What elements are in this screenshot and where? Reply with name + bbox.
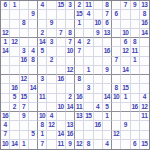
- cell-r4c5[interactable]: 2: [38, 29, 47, 38]
- cell-r1c5[interactable]: 4: [38, 1, 47, 10]
- cell-r7c15[interactable]: 1: [131, 57, 140, 66]
- cell-r13c2[interactable]: [10, 112, 19, 121]
- cell-r12c13[interactable]: [112, 103, 121, 112]
- cell-r11c12[interactable]: 14: [103, 94, 112, 103]
- cell-r11c14[interactable]: 1: [121, 94, 130, 103]
- cell-r1c15[interactable]: 9: [131, 1, 140, 10]
- cell-r5c3[interactable]: [20, 38, 29, 47]
- cell-r5c6[interactable]: 3: [47, 38, 56, 47]
- cell-r9c4[interactable]: [29, 75, 38, 84]
- cell-r6c9[interactable]: 7: [75, 47, 84, 56]
- cell-r9c6[interactable]: [47, 75, 56, 84]
- cell-r11c4[interactable]: [29, 94, 38, 103]
- cell-r2c2[interactable]: [10, 10, 19, 19]
- cell-r10c1[interactable]: [1, 84, 10, 93]
- cell-r3c2[interactable]: [10, 20, 19, 29]
- cell-r13c13[interactable]: [112, 112, 121, 121]
- cell-r1c12[interactable]: 8: [103, 1, 112, 10]
- cell-r9c13[interactable]: [112, 75, 121, 84]
- cell-r7c3[interactable]: 16: [20, 57, 29, 66]
- cell-r14c9[interactable]: [75, 121, 84, 130]
- cell-r5c16[interactable]: [140, 38, 149, 47]
- cell-r14c11[interactable]: 16: [94, 121, 103, 130]
- cell-r7c4[interactable]: 8: [29, 57, 38, 66]
- cell-r5c4[interactable]: [29, 38, 38, 47]
- cell-r9c3[interactable]: 12: [20, 75, 29, 84]
- cell-r16c11[interactable]: [94, 140, 103, 149]
- cell-r8c1[interactable]: [1, 66, 10, 75]
- cell-r10c16[interactable]: [140, 84, 149, 93]
- cell-r7c8[interactable]: [66, 57, 75, 66]
- cell-r11c7[interactable]: [57, 94, 66, 103]
- cell-r1c9[interactable]: 2: [75, 1, 84, 10]
- cell-r15c16[interactable]: [140, 131, 149, 140]
- cell-r3c1[interactable]: [1, 20, 10, 29]
- cell-r9c5[interactable]: 3: [38, 75, 47, 84]
- cell-r4c1[interactable]: 12: [1, 29, 10, 38]
- cell-r2c16[interactable]: 8: [140, 10, 149, 19]
- cell-r8c8[interactable]: 12: [66, 66, 75, 75]
- cell-r13c4[interactable]: [29, 112, 38, 121]
- cell-r1c16[interactable]: 13: [140, 1, 149, 10]
- cell-r2c9[interactable]: 15: [75, 10, 84, 19]
- cell-r16c6[interactable]: [47, 140, 56, 149]
- cell-r1c3[interactable]: [20, 1, 29, 10]
- cell-r8c14[interactable]: 14: [121, 66, 130, 75]
- cell-r4c12[interactable]: 13: [103, 29, 112, 38]
- cell-r6c8[interactable]: 10: [66, 47, 75, 56]
- cell-r1c11[interactable]: [94, 1, 103, 10]
- sudoku-board: 6141532118791391547688911061612278913101…: [0, 0, 150, 150]
- cell-r4c7[interactable]: 7: [57, 29, 66, 38]
- cell-r10c13[interactable]: 8: [112, 84, 121, 93]
- cell-r9c1[interactable]: [1, 75, 10, 84]
- cell-r4c15[interactable]: [131, 29, 140, 38]
- cell-r2c15[interactable]: [131, 10, 140, 19]
- cell-r16c9[interactable]: 12: [75, 140, 84, 149]
- cell-r6c4[interactable]: 4: [29, 47, 38, 56]
- cell-r10c4[interactable]: 14: [29, 84, 38, 93]
- cell-r13c9[interactable]: 13: [75, 112, 84, 121]
- cell-r6c15[interactable]: 11: [131, 47, 140, 56]
- cell-r13c11[interactable]: [94, 112, 103, 121]
- cell-r11c15[interactable]: [131, 94, 140, 103]
- cell-r2c1[interactable]: [1, 10, 10, 19]
- cell-r4c2[interactable]: [10, 29, 19, 38]
- cell-r4c3[interactable]: [20, 29, 29, 38]
- cell-r14c6[interactable]: 12: [47, 121, 56, 130]
- cell-r14c3[interactable]: [20, 121, 29, 130]
- cell-r3c7[interactable]: [57, 20, 66, 29]
- cell-r16c12[interactable]: 4: [103, 140, 112, 149]
- cell-r10c2[interactable]: 16: [10, 84, 19, 93]
- cell-r12c7[interactable]: 10: [57, 103, 66, 112]
- cell-r7c11[interactable]: [94, 57, 103, 66]
- cell-r15c10[interactable]: [84, 131, 93, 140]
- cell-r13c5[interactable]: 10: [38, 112, 47, 121]
- cell-r2c3[interactable]: [20, 10, 29, 19]
- cell-r4c9[interactable]: [75, 29, 84, 38]
- cell-r9c7[interactable]: 16: [57, 75, 66, 84]
- cell-r1c13[interactable]: [112, 1, 121, 10]
- cell-r4c14[interactable]: 10: [121, 29, 130, 38]
- cell-r11c3[interactable]: 15: [20, 94, 29, 103]
- cell-r7c7[interactable]: [57, 57, 66, 66]
- cell-r10c7[interactable]: [57, 84, 66, 93]
- cell-r16c7[interactable]: 11: [57, 140, 66, 149]
- cell-r11c2[interactable]: 5: [10, 94, 19, 103]
- cell-r3c11[interactable]: 10: [94, 20, 103, 29]
- cell-r16c5[interactable]: 7: [38, 140, 47, 149]
- cell-r1c14[interactable]: 7: [121, 1, 130, 10]
- cell-r5c15[interactable]: 8: [131, 38, 140, 47]
- cell-r2c13[interactable]: 6: [112, 10, 121, 19]
- cell-r3c9[interactable]: 1: [75, 20, 84, 29]
- cell-r5c8[interactable]: 7: [66, 38, 75, 47]
- cell-r15c2[interactable]: [10, 131, 19, 140]
- cell-r16c1[interactable]: 10: [1, 140, 10, 149]
- cell-r4c8[interactable]: 8: [66, 29, 75, 38]
- cell-r15c12[interactable]: [103, 131, 112, 140]
- cell-r7c10[interactable]: [84, 57, 93, 66]
- cell-r16c14[interactable]: [121, 140, 130, 149]
- cell-r15c5[interactable]: 1: [38, 131, 47, 140]
- cell-r14c15[interactable]: [131, 121, 140, 130]
- cell-r6c11[interactable]: [94, 47, 103, 56]
- cell-r1c4[interactable]: [29, 1, 38, 10]
- cell-r2c4[interactable]: 9: [29, 10, 38, 19]
- cell-r6c13[interactable]: [112, 47, 121, 56]
- cell-r13c7[interactable]: [57, 112, 66, 121]
- cell-r11c10[interactable]: [84, 94, 93, 103]
- cell-r6c10[interactable]: [84, 47, 93, 56]
- cell-r2c7[interactable]: [57, 10, 66, 19]
- cell-r14c7[interactable]: [57, 121, 66, 130]
- cell-r16c15[interactable]: 6: [131, 140, 140, 149]
- cell-r2c11[interactable]: [94, 10, 103, 19]
- cell-r4c13[interactable]: [112, 29, 121, 38]
- cell-r1c10[interactable]: 11: [84, 1, 93, 10]
- cell-r1c6[interactable]: [47, 1, 56, 10]
- cell-r5c9[interactable]: 4: [75, 38, 84, 47]
- cell-r6c1[interactable]: 14: [1, 47, 10, 56]
- cell-r5c10[interactable]: 2: [84, 38, 93, 47]
- cell-r2c6[interactable]: [47, 10, 56, 19]
- cell-r15c7[interactable]: 14: [57, 131, 66, 140]
- cell-r13c1[interactable]: 16: [1, 112, 10, 121]
- cell-r12c16[interactable]: 12: [140, 103, 149, 112]
- cell-r15c11[interactable]: [94, 131, 103, 140]
- cell-r4c10[interactable]: [84, 29, 93, 38]
- cell-r7c5[interactable]: [38, 57, 47, 66]
- cell-r4c16[interactable]: 14: [140, 29, 149, 38]
- cell-r7c9[interactable]: [75, 57, 84, 66]
- cell-r10c3[interactable]: [20, 84, 29, 93]
- cell-r10c11[interactable]: [94, 84, 103, 93]
- cell-r11c9[interactable]: 16: [75, 94, 84, 103]
- cell-r15c13[interactable]: 12: [112, 131, 121, 140]
- cell-r12c8[interactable]: 14: [66, 103, 75, 112]
- cell-r15c1[interactable]: 7: [1, 131, 10, 140]
- cell-r14c10[interactable]: [84, 121, 93, 130]
- cell-r14c8[interactable]: 13: [66, 121, 75, 130]
- cell-r8c6[interactable]: [47, 66, 56, 75]
- cell-r12c4[interactable]: [29, 103, 38, 112]
- cell-r15c8[interactable]: 16: [66, 131, 75, 140]
- cell-r13c8[interactable]: [66, 112, 75, 121]
- cell-r14c14[interactable]: 9: [121, 121, 130, 130]
- cell-r12c1[interactable]: [1, 103, 10, 112]
- cell-r2c5[interactable]: [38, 10, 47, 19]
- cell-r8c13[interactable]: [112, 66, 121, 75]
- cell-r1c8[interactable]: 3: [66, 1, 75, 10]
- cell-r6c3[interactable]: 3: [20, 47, 29, 56]
- cell-r13c10[interactable]: 15: [84, 112, 93, 121]
- cell-r3c8[interactable]: [66, 20, 75, 29]
- cell-r15c14[interactable]: [121, 131, 130, 140]
- cell-r16c2[interactable]: 14: [10, 140, 19, 149]
- cell-r7c14[interactable]: [121, 57, 130, 66]
- cell-r6c5[interactable]: 5: [38, 47, 47, 56]
- cell-r5c7[interactable]: [57, 38, 66, 47]
- cell-r9c2[interactable]: [10, 75, 19, 84]
- cell-r13c12[interactable]: 1: [103, 112, 112, 121]
- cell-r6c7[interactable]: [57, 47, 66, 56]
- cell-r12c6[interactable]: [47, 103, 56, 112]
- cell-r13c15[interactable]: [131, 112, 140, 121]
- cell-r14c16[interactable]: [140, 121, 149, 130]
- cell-r12c5[interactable]: [38, 103, 47, 112]
- cell-r14c2[interactable]: [10, 121, 19, 130]
- cell-r9c16[interactable]: [140, 75, 149, 84]
- cell-r10c15[interactable]: [131, 84, 140, 93]
- cell-r11c11[interactable]: [94, 94, 103, 103]
- cell-r12c2[interactable]: 2: [10, 103, 19, 112]
- cell-r11c8[interactable]: 2: [66, 94, 75, 103]
- cell-r9c9[interactable]: 8: [75, 75, 84, 84]
- cell-r10c14[interactable]: 15: [121, 84, 130, 93]
- cell-r14c4[interactable]: [29, 121, 38, 130]
- cell-r10c9[interactable]: [75, 84, 84, 93]
- cell-r8c15[interactable]: [131, 66, 140, 75]
- cell-r11c16[interactable]: 4: [140, 94, 149, 103]
- cell-r12c10[interactable]: [84, 103, 93, 112]
- cell-r6c6[interactable]: [47, 47, 56, 56]
- cell-r8c11[interactable]: [94, 66, 103, 75]
- cell-r7c6[interactable]: 2: [47, 57, 56, 66]
- cell-r8c4[interactable]: [29, 66, 38, 75]
- cell-r5c14[interactable]: 6: [121, 38, 130, 47]
- cell-r8c9[interactable]: [75, 66, 84, 75]
- cell-r12c9[interactable]: 11: [75, 103, 84, 112]
- cell-r6c16[interactable]: [140, 47, 149, 56]
- cell-r10c6[interactable]: [47, 84, 56, 93]
- cell-r12c11[interactable]: 4: [94, 103, 103, 112]
- cell-r16c16[interactable]: 15: [140, 140, 149, 149]
- cell-r16c3[interactable]: 1: [20, 140, 29, 149]
- cell-r3c12[interactable]: 6: [103, 20, 112, 29]
- cell-r12c14[interactable]: [121, 103, 130, 112]
- cell-r3c4[interactable]: [29, 20, 38, 29]
- cell-r13c14[interactable]: [121, 112, 130, 121]
- cell-r8c12[interactable]: 9: [103, 66, 112, 75]
- cell-r9c14[interactable]: [121, 75, 130, 84]
- cell-r5c12[interactable]: [103, 38, 112, 47]
- cell-r2c8[interactable]: [66, 10, 75, 19]
- cell-r16c13[interactable]: [112, 140, 121, 149]
- cell-r11c6[interactable]: [47, 94, 56, 103]
- cell-r5c11[interactable]: [94, 38, 103, 47]
- cell-r2c10[interactable]: 4: [84, 10, 93, 19]
- cell-r1c1[interactable]: 6: [1, 1, 10, 10]
- cell-r3c14[interactable]: [121, 20, 130, 29]
- cell-r14c12[interactable]: [103, 121, 112, 130]
- cell-r12c12[interactable]: 5: [103, 103, 112, 112]
- cell-r3c5[interactable]: [38, 20, 47, 29]
- cell-r3c13[interactable]: [112, 20, 121, 29]
- cell-r6c12[interactable]: 16: [103, 47, 112, 56]
- cell-r9c12[interactable]: [103, 75, 112, 84]
- cell-r9c8[interactable]: [66, 75, 75, 84]
- cell-r3c16[interactable]: 16: [140, 20, 149, 29]
- cell-r6c14[interactable]: 12: [121, 47, 130, 56]
- cell-r9c11[interactable]: [94, 75, 103, 84]
- cell-r9c10[interactable]: [84, 75, 93, 84]
- cell-r1c7[interactable]: 15: [57, 1, 66, 10]
- cell-r8c2[interactable]: [10, 66, 19, 75]
- cell-r2c12[interactable]: 7: [103, 10, 112, 19]
- cell-r7c1[interactable]: [1, 57, 10, 66]
- cell-r3c15[interactable]: [131, 20, 140, 29]
- cell-r8c3[interactable]: [20, 66, 29, 75]
- cell-r16c10[interactable]: 8: [84, 140, 93, 149]
- cell-r8c10[interactable]: 1: [84, 66, 93, 75]
- cell-r15c15[interactable]: [131, 131, 140, 140]
- cell-r7c16[interactable]: [140, 57, 149, 66]
- cell-r6c2[interactable]: [10, 47, 19, 56]
- cell-r4c4[interactable]: [29, 29, 38, 38]
- cell-r5c1[interactable]: 1: [1, 38, 10, 47]
- cell-r5c13[interactable]: [112, 38, 121, 47]
- cell-r3c6[interactable]: 9: [47, 20, 56, 29]
- cell-r4c6[interactable]: [47, 29, 56, 38]
- cell-r14c1[interactable]: 4: [1, 121, 10, 130]
- cell-r8c5[interactable]: [38, 66, 47, 75]
- cell-r8c16[interactable]: [140, 66, 149, 75]
- cell-r11c13[interactable]: 10: [112, 94, 121, 103]
- cell-r16c8[interactable]: 9: [66, 140, 75, 149]
- cell-r10c12[interactable]: [103, 84, 112, 93]
- cell-r16c4[interactable]: [29, 140, 38, 149]
- cell-r1c2[interactable]: 1: [10, 1, 19, 10]
- cell-r14c13[interactable]: [112, 121, 121, 130]
- cell-r11c1[interactable]: [1, 94, 10, 103]
- cell-r10c8[interactable]: [66, 84, 75, 93]
- cell-r7c13[interactable]: 7: [112, 57, 121, 66]
- cell-r2c14[interactable]: [121, 10, 130, 19]
- cell-r15c6[interactable]: [47, 131, 56, 140]
- cell-r12c3[interactable]: 7: [20, 103, 29, 112]
- cell-r12c15[interactable]: 16: [131, 103, 140, 112]
- cell-r5c2[interactable]: 12: [10, 38, 19, 47]
- cell-r13c6[interactable]: 4: [47, 112, 56, 121]
- cell-r4c11[interactable]: 9: [94, 29, 103, 38]
- cell-r13c16[interactable]: 11: [140, 112, 149, 121]
- cell-r8c7[interactable]: [57, 66, 66, 75]
- cell-r13c3[interactable]: 9: [20, 112, 29, 121]
- cell-r15c9[interactable]: [75, 131, 84, 140]
- cell-r10c10[interactable]: 3: [84, 84, 93, 93]
- cell-r9c15[interactable]: [131, 75, 140, 84]
- cell-r10c5[interactable]: [38, 84, 47, 93]
- cell-r15c3[interactable]: [20, 131, 29, 140]
- cell-r7c2[interactable]: [10, 57, 19, 66]
- cell-r5c5[interactable]: 14: [38, 38, 47, 47]
- cell-r3c10[interactable]: [84, 20, 93, 29]
- cell-r11c5[interactable]: 11: [38, 94, 47, 103]
- cell-r3c3[interactable]: 8: [20, 20, 29, 29]
- cell-r7c12[interactable]: [103, 57, 112, 66]
- cell-r15c4[interactable]: 5: [29, 131, 38, 140]
- cell-r14c5[interactable]: 8: [38, 121, 47, 130]
